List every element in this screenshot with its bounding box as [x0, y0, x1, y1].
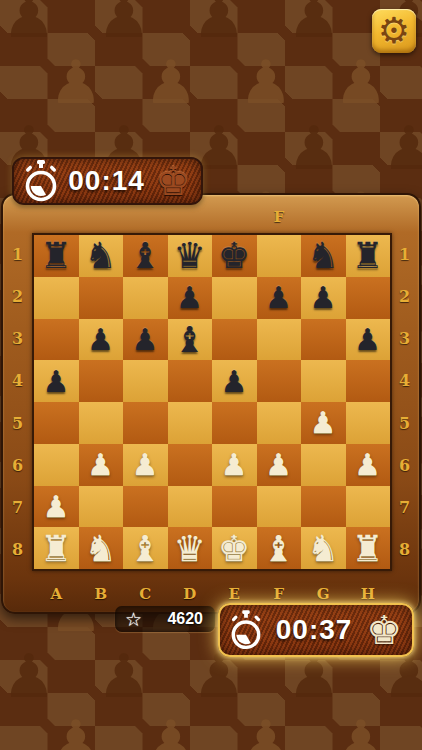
board-squares: ♜♞♝♛♚♞♜♟♟♟♟♟♝♟♟♟♟♟♟♟♟♟♟♜♞♝♛♚♝♞♜ [34, 235, 390, 569]
piece-black-bishop[interactable]: ♝ [168, 319, 213, 361]
piece-white-knight[interactable]: ♞ [301, 527, 346, 569]
white-king-icon: ♚ [366, 608, 402, 652]
coord-label: H [346, 583, 391, 605]
coord-label: D [168, 583, 213, 605]
background-pawn-motif: ♟ [239, 712, 283, 750]
background-pawn-motif: ♟ [49, 52, 93, 112]
square-f3[interactable] [257, 319, 302, 361]
coord-label: 3 [3, 318, 32, 360]
piece-black-pawn[interactable]: ♟ [346, 319, 391, 361]
square-e3[interactable] [212, 319, 257, 361]
background-pawn-motif: ♟ [144, 712, 188, 750]
piece-white-bishop[interactable]: ♝ [257, 527, 302, 569]
square-a6[interactable] [34, 444, 79, 486]
coord-label: 5 [3, 402, 32, 444]
piece-black-knight[interactable]: ♞ [301, 235, 346, 277]
coord-label: 6 [3, 444, 32, 486]
black-time: 00:14 [58, 165, 155, 197]
piece-black-pawn[interactable]: ♟ [257, 277, 302, 319]
square-h2[interactable] [346, 277, 391, 319]
piece-white-pawn[interactable]: ♟ [212, 444, 257, 486]
piece-white-knight[interactable]: ♞ [79, 527, 124, 569]
piece-black-pawn[interactable]: ♟ [123, 319, 168, 361]
square-c6[interactable]: ♟ [123, 444, 168, 486]
background-pawn-motif: ♟ [239, 52, 283, 112]
piece-black-bishop[interactable]: ♝ [123, 235, 168, 277]
piece-white-pawn[interactable]: ♟ [34, 486, 79, 528]
square-f7[interactable] [257, 486, 302, 528]
square-a8[interactable]: ♜ [34, 527, 79, 569]
coord-label: 7 [390, 487, 419, 529]
coord-label: B [79, 583, 124, 605]
square-d4[interactable] [168, 360, 213, 402]
piece-white-queen[interactable]: ♛ [168, 527, 213, 569]
piece-white-pawn[interactable]: ♟ [346, 444, 391, 486]
square-f8[interactable]: ♝ [257, 527, 302, 569]
square-c4[interactable] [123, 360, 168, 402]
background-pawn-motif: ♟ [49, 712, 93, 750]
file-labels-bottom: ABCDEFGH [34, 583, 390, 605]
coord-label: 1 [3, 233, 32, 275]
square-a2[interactable] [34, 277, 79, 319]
background-pawn-motif: ♟ [2, 0, 46, 46]
coord-label: F [257, 583, 302, 605]
square-d7[interactable] [168, 486, 213, 528]
square-g3[interactable] [301, 319, 346, 361]
settings-button[interactable]: ⚙ [372, 9, 416, 53]
square-f5[interactable] [257, 402, 302, 444]
piece-black-pawn[interactable]: ♟ [301, 277, 346, 319]
rank-labels-right: 12345678 [390, 233, 419, 571]
square-a1[interactable]: ♜ [34, 235, 79, 277]
piece-black-king[interactable]: ♚ [212, 235, 257, 277]
square-h8[interactable]: ♜ [346, 527, 391, 569]
square-b6[interactable]: ♟ [79, 444, 124, 486]
square-e2[interactable] [212, 277, 257, 319]
square-g7[interactable] [301, 486, 346, 528]
square-b4[interactable] [79, 360, 124, 402]
square-f2[interactable]: ♟ [257, 277, 302, 319]
coord-label: 5 [390, 402, 419, 444]
coord-label: 7 [3, 487, 32, 529]
square-e5[interactable] [212, 402, 257, 444]
piece-white-rook[interactable]: ♜ [34, 527, 79, 569]
white-timer-badge: 00:37 ♚ [218, 603, 414, 657]
square-h5[interactable] [346, 402, 391, 444]
board-inner-bezel: ♜♞♝♛♚♞♜♟♟♟♟♟♝♟♟♟♟♟♟♟♟♟♟♜♞♝♛♚♝♞♜ [32, 233, 392, 571]
square-h3[interactable]: ♟ [346, 319, 391, 361]
square-f6[interactable]: ♟ [257, 444, 302, 486]
square-b3[interactable]: ♟ [79, 319, 124, 361]
piece-black-rook[interactable]: ♜ [34, 235, 79, 277]
coord-label: 4 [390, 360, 419, 402]
square-c3[interactable]: ♟ [123, 319, 168, 361]
background-pawn-motif: ♟ [97, 0, 141, 46]
piece-black-rook[interactable]: ♜ [346, 235, 391, 277]
square-g2[interactable]: ♟ [301, 277, 346, 319]
piece-black-pawn[interactable]: ♟ [212, 360, 257, 402]
square-h6[interactable]: ♟ [346, 444, 391, 486]
piece-black-pawn[interactable]: ♟ [34, 360, 79, 402]
square-d1[interactable]: ♛ [168, 235, 213, 277]
coord-label: 6 [390, 444, 419, 486]
piece-black-queen[interactable]: ♛ [168, 235, 213, 277]
white-time: 00:37 [262, 614, 366, 646]
coord-label: 1 [390, 233, 419, 275]
background-pawn-motif: ♟ [334, 52, 378, 112]
square-c7[interactable] [123, 486, 168, 528]
square-h4[interactable] [346, 360, 391, 402]
coord-label: G [301, 583, 346, 605]
square-g8[interactable]: ♞ [301, 527, 346, 569]
coord-label: 8 [3, 529, 32, 571]
square-b7[interactable] [79, 486, 124, 528]
background-pawn-motif: ♟ [97, 646, 141, 706]
square-b5[interactable] [79, 402, 124, 444]
chess-board: F 12345678 12345678 ♜♞♝♛♚♞♜♟♟♟♟♟♝♟♟♟♟♟♟♟… [1, 193, 421, 614]
square-a3[interactable] [34, 319, 79, 361]
background-pawn-motif: ♟ [287, 0, 331, 46]
gear-icon: ⚙ [378, 13, 410, 49]
coord-label: E [212, 583, 257, 605]
square-d6[interactable] [168, 444, 213, 486]
piece-black-knight[interactable]: ♞ [79, 235, 124, 277]
coord-label: 2 [390, 275, 419, 317]
square-b1[interactable]: ♞ [79, 235, 124, 277]
square-e6[interactable]: ♟ [212, 444, 257, 486]
square-a7[interactable]: ♟ [34, 486, 79, 528]
square-h1[interactable]: ♜ [346, 235, 391, 277]
square-c1[interactable]: ♝ [123, 235, 168, 277]
piece-black-pawn[interactable]: ♟ [168, 277, 213, 319]
coord-label: 3 [390, 318, 419, 360]
piece-white-rook[interactable]: ♜ [346, 527, 391, 569]
square-g4[interactable] [301, 360, 346, 402]
square-a4[interactable]: ♟ [34, 360, 79, 402]
background-pawn-motif: ♟ [192, 0, 236, 46]
square-e8[interactable]: ♚ [212, 527, 257, 569]
score-value: 4620 [142, 610, 215, 628]
square-d3[interactable]: ♝ [168, 319, 213, 361]
coord-label: 4 [3, 360, 32, 402]
star-icon: ☆ [125, 610, 142, 629]
background-pawn-motif: ♟ [287, 118, 331, 178]
square-d2[interactable]: ♟ [168, 277, 213, 319]
square-a5[interactable] [34, 402, 79, 444]
coord-label: 8 [390, 529, 419, 571]
square-f1[interactable] [257, 235, 302, 277]
square-c2[interactable] [123, 277, 168, 319]
piece-white-pawn[interactable]: ♟ [301, 402, 346, 444]
piece-black-pawn[interactable]: ♟ [79, 319, 124, 361]
square-g5[interactable]: ♟ [301, 402, 346, 444]
square-d8[interactable]: ♛ [168, 527, 213, 569]
square-h7[interactable] [346, 486, 391, 528]
black-king-icon: ♚ [155, 159, 191, 203]
square-g1[interactable]: ♞ [301, 235, 346, 277]
square-e4[interactable]: ♟ [212, 360, 257, 402]
piece-white-bishop[interactable]: ♝ [123, 527, 168, 569]
square-f4[interactable] [257, 360, 302, 402]
file-label-top: F [274, 208, 285, 226]
score-badge: ☆ 4620 [115, 606, 215, 632]
background-pawn-motif: ♟ [334, 712, 378, 750]
square-c8[interactable]: ♝ [123, 527, 168, 569]
background-pawn-motif: ♟ [144, 52, 188, 112]
rank-labels-left: 12345678 [3, 233, 32, 571]
piece-white-pawn[interactable]: ♟ [257, 444, 302, 486]
square-e7[interactable] [212, 486, 257, 528]
coord-label: A [34, 583, 79, 605]
square-c5[interactable] [123, 402, 168, 444]
stopwatch-icon [230, 609, 262, 651]
square-b2[interactable] [79, 277, 124, 319]
square-d5[interactable] [168, 402, 213, 444]
black-timer-badge: 00:14 ♚ [12, 157, 203, 205]
piece-white-king[interactable]: ♚ [212, 527, 257, 569]
piece-white-pawn[interactable]: ♟ [79, 444, 124, 486]
background-pawn-motif: ♟ [2, 646, 46, 706]
coord-label: C [123, 583, 168, 605]
stopwatch-icon [24, 159, 58, 203]
piece-white-pawn[interactable]: ♟ [123, 444, 168, 486]
square-b8[interactable]: ♞ [79, 527, 124, 569]
coord-label: 2 [3, 275, 32, 317]
square-g6[interactable] [301, 444, 346, 486]
square-e1[interactable]: ♚ [212, 235, 257, 277]
background-pawn-motif: ♟ [382, 118, 422, 178]
